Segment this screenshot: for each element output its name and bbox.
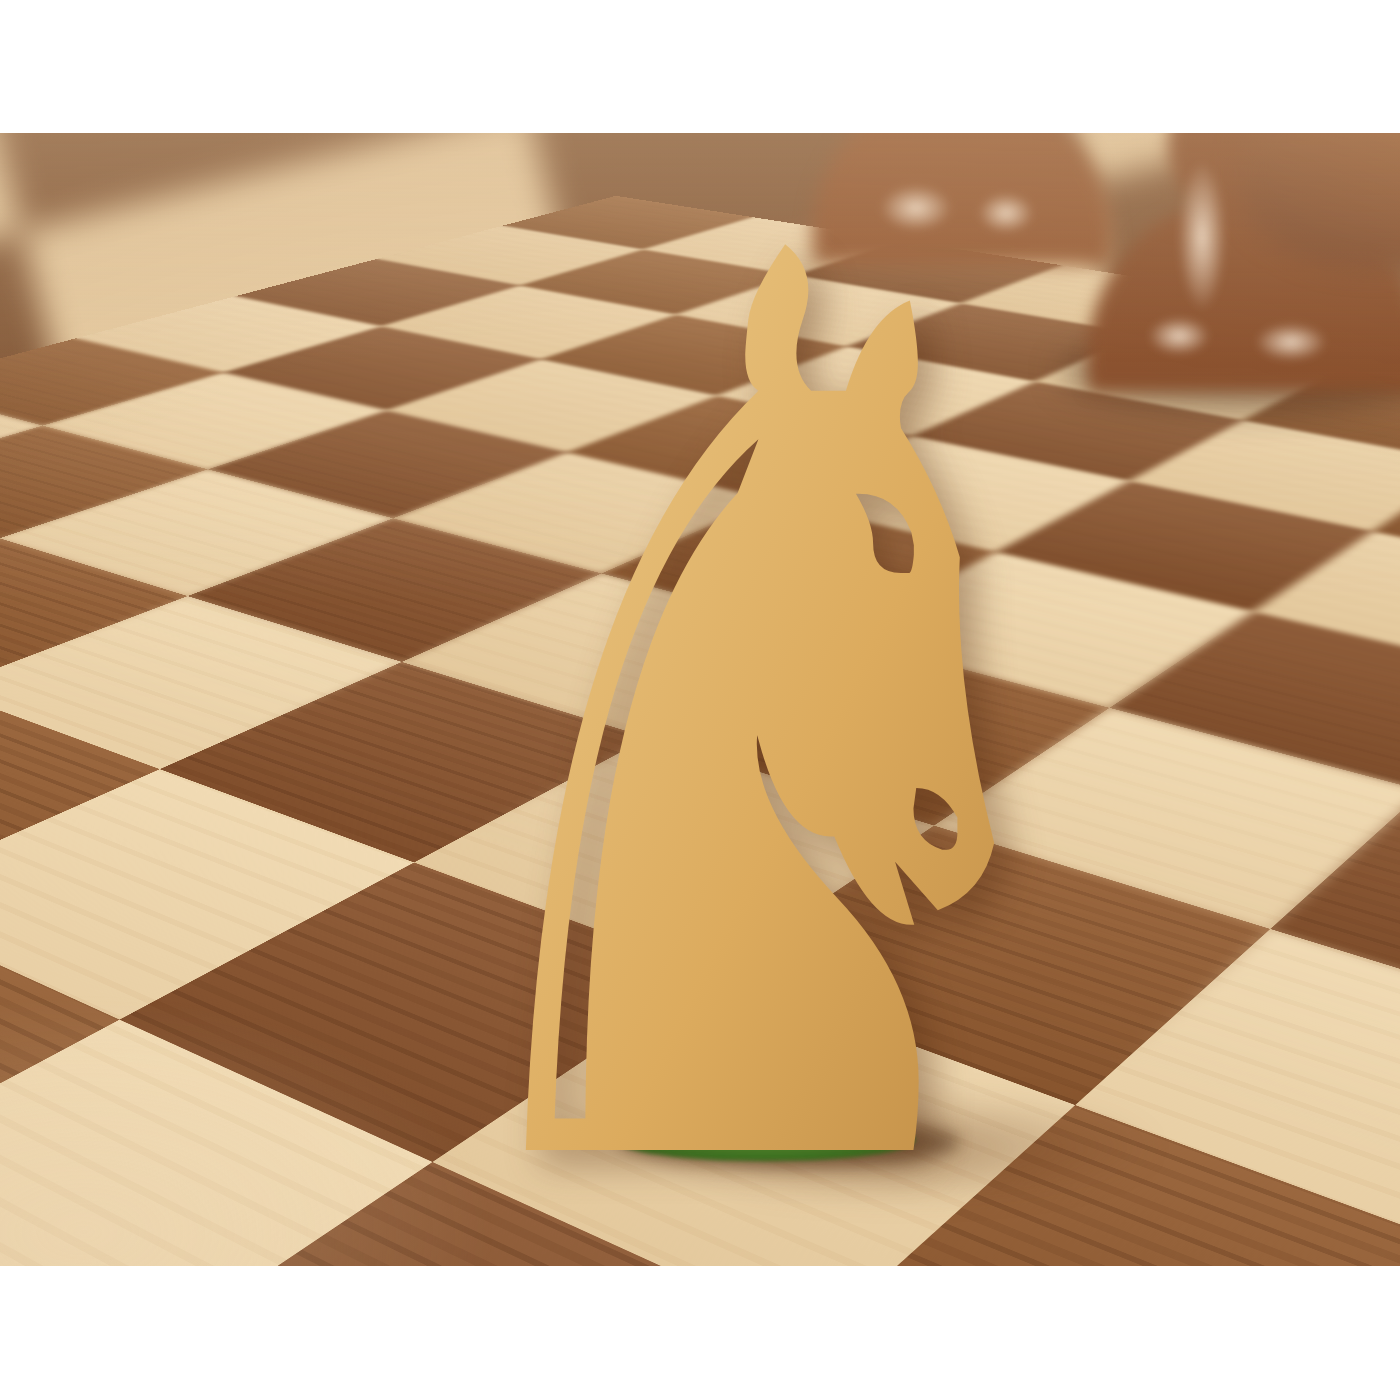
image-frame: ♟ ♟ ♞ — [0, 0, 1400, 1400]
white-knight-svg: ♞ — [0, 133, 1400, 1266]
chessboard-photo: ♟ ♟ ♞ — [0, 133, 1400, 1266]
white-knight-piece: ♞ — [393, 133, 1127, 1266]
